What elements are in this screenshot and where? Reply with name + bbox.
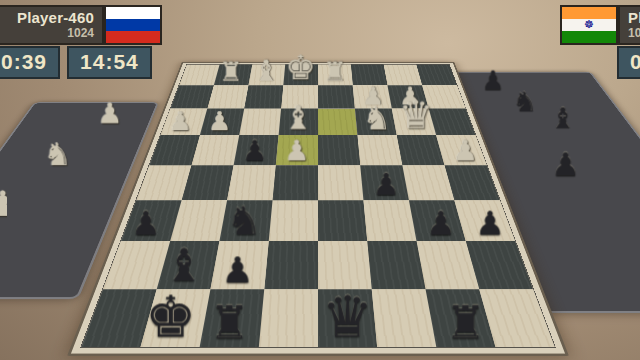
piece-wN-c3[interactable]: ♞ bbox=[363, 103, 391, 134]
square-e7[interactable] bbox=[264, 241, 318, 289]
captured-bN: ♞ bbox=[513, 88, 538, 116]
flag-india-icon: ☸ bbox=[560, 5, 618, 45]
square-g4[interactable] bbox=[191, 135, 239, 165]
square-d8[interactable]: ♛ bbox=[318, 289, 377, 347]
player-panel-right: ☸ Pla 1034 bbox=[560, 5, 640, 45]
timers-right: 0 bbox=[617, 46, 640, 79]
piece-bR-f8[interactable]: ♜ bbox=[209, 300, 250, 345]
player-panel-left: Player-460 1024 bbox=[0, 5, 162, 45]
piece-bP-f7[interactable]: ♟ bbox=[222, 252, 254, 288]
square-g5[interactable] bbox=[182, 165, 234, 200]
square-d6[interactable] bbox=[318, 200, 367, 241]
captured-bP: ♟ bbox=[481, 68, 504, 94]
piece-wB-f1[interactable]: ♝ bbox=[253, 56, 279, 85]
timers-left: 0:39 14:54 bbox=[0, 46, 152, 79]
left-main-clock: 14:54 bbox=[67, 46, 152, 79]
square-e4[interactable]: ♟ bbox=[276, 135, 318, 165]
player-right-rating: 1034 bbox=[628, 26, 640, 40]
square-b7[interactable] bbox=[417, 241, 480, 289]
square-e3[interactable]: ♝ bbox=[279, 109, 318, 135]
captured-wN: ♞ bbox=[44, 139, 72, 170]
square-f6[interactable]: ♞ bbox=[219, 200, 272, 241]
captured-wP: ♟ bbox=[0, 187, 18, 222]
player-right-namebox: Pla 1034 bbox=[618, 5, 640, 45]
square-d5[interactable] bbox=[318, 165, 363, 200]
player-left-name: Player-460 bbox=[0, 9, 94, 26]
piece-bP-c5[interactable]: ♟ bbox=[372, 169, 399, 199]
piece-bB-g7[interactable]: ♝ bbox=[164, 243, 204, 288]
piece-wB-e3[interactable]: ♝ bbox=[284, 102, 313, 135]
square-g3[interactable]: ♟ bbox=[200, 109, 244, 135]
square-f8[interactable]: ♜ bbox=[200, 289, 265, 347]
square-f7[interactable]: ♟ bbox=[210, 241, 268, 289]
left-move-timer: 0:39 bbox=[0, 46, 60, 79]
piece-wR-d1[interactable]: ♜ bbox=[323, 58, 347, 85]
square-e6[interactable] bbox=[269, 200, 318, 241]
square-g7[interactable]: ♝ bbox=[157, 241, 220, 289]
piece-wP-g3[interactable]: ♟ bbox=[208, 108, 231, 134]
square-d3[interactable] bbox=[318, 109, 357, 135]
piece-bP-a6[interactable]: ♟ bbox=[475, 207, 504, 240]
right-move-timer: 0 bbox=[617, 46, 640, 79]
piece-wK-e1[interactable]: ♚ bbox=[286, 51, 316, 85]
square-e8[interactable] bbox=[259, 289, 318, 347]
square-a4[interactable]: ♟ bbox=[436, 135, 487, 165]
square-a3[interactable] bbox=[429, 109, 476, 135]
square-b8[interactable]: ♜ bbox=[426, 289, 496, 347]
player-left-rating: 1024 bbox=[0, 26, 94, 40]
square-c6[interactable] bbox=[363, 200, 416, 241]
square-g2[interactable] bbox=[207, 85, 248, 108]
piece-bP-f4[interactable]: ♟ bbox=[242, 136, 267, 164]
square-f1[interactable]: ♝ bbox=[249, 65, 286, 86]
player-right-name: Pla bbox=[628, 9, 640, 26]
square-d2[interactable] bbox=[318, 85, 355, 108]
piece-bP-h6[interactable]: ♟ bbox=[131, 207, 160, 240]
ashoka-chakra-icon: ☸ bbox=[584, 19, 594, 30]
square-f4[interactable]: ♟ bbox=[234, 135, 279, 165]
captured-bP: ♟ bbox=[551, 148, 580, 180]
square-c5[interactable]: ♟ bbox=[360, 165, 409, 200]
square-f5[interactable] bbox=[227, 165, 276, 200]
square-g6[interactable] bbox=[170, 200, 227, 241]
square-c4[interactable] bbox=[357, 135, 402, 165]
piece-bP-b6[interactable]: ♟ bbox=[426, 207, 455, 240]
square-e5[interactable] bbox=[273, 165, 318, 200]
piece-bK-g8[interactable]: ♚ bbox=[145, 288, 196, 345]
captured-wP: ♟ bbox=[97, 100, 122, 128]
flag-russia-icon bbox=[104, 5, 162, 45]
piece-wP-e4[interactable]: ♟ bbox=[284, 136, 309, 164]
piece-bR-b8[interactable]: ♜ bbox=[445, 300, 486, 345]
square-d4[interactable] bbox=[318, 135, 360, 165]
piece-wQ-b3[interactable]: ♛ bbox=[399, 96, 433, 134]
square-a6[interactable]: ♟ bbox=[454, 200, 515, 241]
square-a5[interactable] bbox=[445, 165, 500, 200]
piece-bQ-d8[interactable]: ♛ bbox=[322, 288, 373, 345]
board-tilt-plane: ♟♞♟ ♟♞♝♟ ♜♝♚♜♟♟♟♟♝♞♛♟♟♟♟♟♞♟♟♝♟♚♜♛♜ bbox=[67, 62, 569, 356]
square-e1[interactable]: ♚ bbox=[283, 65, 318, 86]
square-d1[interactable]: ♜ bbox=[318, 65, 353, 86]
square-f3[interactable] bbox=[239, 109, 281, 135]
piece-wP-h3[interactable]: ♟ bbox=[169, 108, 192, 134]
piece-bN-f6[interactable]: ♞ bbox=[227, 201, 262, 240]
captured-bB: ♝ bbox=[550, 104, 576, 133]
square-a1[interactable] bbox=[416, 65, 457, 86]
square-b3[interactable]: ♛ bbox=[392, 109, 436, 135]
piece-wR-g1[interactable]: ♜ bbox=[219, 58, 243, 85]
square-f2[interactable] bbox=[244, 85, 283, 108]
piece-wP-a4[interactable]: ♟ bbox=[453, 136, 478, 164]
square-c7[interactable] bbox=[367, 241, 425, 289]
square-g1[interactable]: ♜ bbox=[214, 65, 253, 86]
player-left-namebox: Player-460 1024 bbox=[0, 5, 104, 45]
square-d7[interactable] bbox=[318, 241, 372, 289]
square-g8[interactable]: ♚ bbox=[140, 289, 210, 347]
square-c3[interactable]: ♞ bbox=[355, 109, 397, 135]
